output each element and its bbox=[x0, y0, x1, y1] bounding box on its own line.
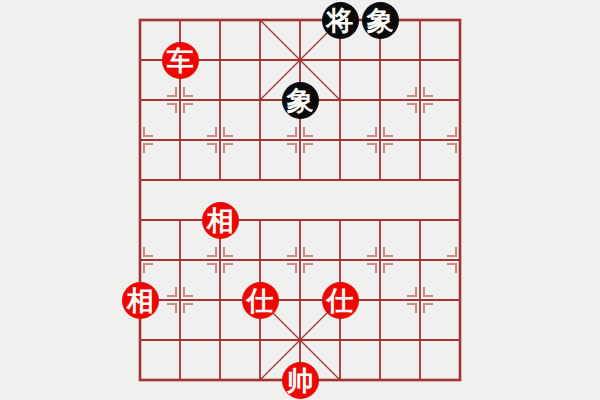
piece-red-advisor[interactable]: 仕 bbox=[322, 282, 359, 319]
piece-red-elephant[interactable]: 相 bbox=[122, 282, 159, 319]
square-f5-r0: 将 bbox=[320, 0, 360, 40]
xiangqi-board[interactable]: 将象象车相相仕仕帅 bbox=[120, 0, 480, 400]
piece-red-advisor[interactable]: 仕 bbox=[242, 282, 279, 319]
square-f1-r1: 车 bbox=[160, 40, 200, 80]
square-f2-r5: 相 bbox=[200, 200, 240, 240]
piece-black-elephant[interactable]: 象 bbox=[282, 82, 319, 119]
square-f4-r9: 帅 bbox=[280, 360, 320, 400]
piece-red-general[interactable]: 帅 bbox=[282, 362, 319, 399]
piece-black-elephant[interactable]: 象 bbox=[362, 2, 399, 39]
square-f0-r7: 相 bbox=[120, 280, 160, 320]
square-f4-r2: 象 bbox=[280, 80, 320, 120]
piece-black-general[interactable]: 将 bbox=[322, 2, 359, 39]
square-f5-r7: 仕 bbox=[320, 280, 360, 320]
xiangqi-screen: 将象象车相相仕仕帅 bbox=[0, 0, 600, 400]
square-f6-r0: 象 bbox=[360, 0, 400, 40]
piece-red-chariot[interactable]: 车 bbox=[162, 42, 199, 79]
square-f3-r7: 仕 bbox=[240, 280, 280, 320]
piece-red-elephant[interactable]: 相 bbox=[202, 202, 239, 239]
